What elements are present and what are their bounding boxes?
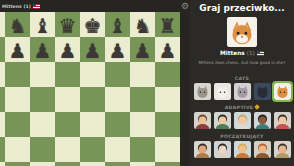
square-c5[interactable] — [30, 87, 55, 112]
black-pawn[interactable]: ♟ — [5, 37, 30, 62]
square-h8[interactable]: ♜ — [155, 12, 180, 37]
panel-title: Graj przeciwko... — [199, 3, 284, 13]
square-c3[interactable] — [30, 137, 55, 162]
opponent-bar: Mittens (1) — [0, 0, 190, 12]
mittens-avatar — [227, 17, 257, 47]
grumpy-gray-cat-avatar[interactable] — [234, 83, 251, 100]
square-c6[interactable] — [30, 62, 55, 87]
square-h7[interactable]: ♟ — [155, 37, 180, 62]
black-king[interactable]: ♚ — [80, 12, 105, 37]
dark-hair-light-shirt-avatar[interactable] — [214, 141, 231, 158]
dark-cat-avatar[interactable] — [254, 83, 271, 100]
gear-icon[interactable]: ⚙ — [181, 0, 189, 12]
square-b7[interactable]: ♟ — [5, 37, 30, 62]
us-flag-icon — [257, 51, 264, 56]
square-e3[interactable] — [80, 137, 105, 162]
square-g2[interactable]: ♙ — [130, 162, 155, 166]
square-b8[interactable]: ♞ — [5, 12, 30, 37]
square-g5[interactable] — [130, 87, 155, 112]
square-d5[interactable] — [55, 87, 80, 112]
man-light-shirt-avatar[interactable] — [234, 112, 251, 129]
section-header-1: ADAPTIVE — [190, 105, 294, 110]
square-f6[interactable] — [105, 62, 130, 87]
black-pawn[interactable]: ♟ — [105, 37, 130, 62]
square-g3[interactable] — [130, 137, 155, 162]
white-pawn[interactable]: ♙ — [155, 162, 180, 166]
square-c8[interactable]: ♝ — [30, 12, 55, 37]
square-b3[interactable] — [5, 137, 30, 162]
opponent-name-label: Mittens (1) — [2, 4, 31, 9]
bot-sections: CATSADAPTIVEPOCZĄTKUJĄCY — [190, 74, 294, 163]
white-cat-avatar[interactable] — [214, 83, 231, 100]
black-pawn[interactable]: ♟ — [55, 37, 80, 62]
section-header-2: POCZĄTKUJĄCY — [190, 134, 294, 139]
man-red-shirt-avatar[interactable] — [194, 112, 211, 129]
black-pawn[interactable]: ♟ — [30, 37, 55, 62]
woman-green-shirt-avatar[interactable] — [214, 112, 231, 129]
square-h2[interactable]: ♙ — [155, 162, 180, 166]
chess-board[interactable]: ♜♞♝♛♚♝♞♜♟♟♟♟♟♟♟♟♙♙♙♙♙♙♙♙♖♘♗♕♔♗♘♖ — [0, 12, 180, 166]
black-pawn[interactable]: ♟ — [155, 37, 180, 62]
bot-selection-panel: Graj przeciwko... Mittens (1) Mittens li… — [190, 0, 294, 166]
square-f5[interactable] — [105, 87, 130, 112]
black-bishop[interactable]: ♝ — [30, 12, 55, 37]
orange-kitten-icon — [227, 17, 257, 47]
square-b5[interactable] — [5, 87, 30, 112]
gray-tabby-cat-avatar[interactable] — [194, 83, 211, 100]
white-pawn[interactable]: ♙ — [130, 162, 155, 166]
black-pawn[interactable]: ♟ — [130, 37, 155, 62]
bot-name-row: Mittens (1) — [220, 50, 264, 56]
square-g7[interactable]: ♟ — [130, 37, 155, 62]
square-e8[interactable]: ♚ — [80, 12, 105, 37]
section-label: ADAPTIVE — [225, 105, 254, 110]
square-f2[interactable]: ♙ — [105, 162, 130, 166]
white-pawn[interactable]: ♙ — [5, 162, 30, 166]
section-header-0: CATS — [190, 76, 294, 81]
bot-row-2 — [190, 141, 294, 158]
black-knight[interactable]: ♞ — [5, 12, 30, 37]
black-rook[interactable]: ♜ — [155, 12, 180, 37]
square-d2[interactable]: ♙ — [55, 162, 80, 166]
black-bishop[interactable]: ♝ — [105, 12, 130, 37]
square-g8[interactable]: ♞ — [130, 12, 155, 37]
black-knight[interactable]: ♞ — [130, 12, 155, 37]
board-area: Mittens (1) ♜♞♝♛♚♝♞♜♟♟♟♟♟♟♟♟♙♙♙♙♙♙♙♙♖♘♗♕… — [0, 0, 190, 166]
bot-rating: (1) — [247, 50, 255, 56]
diamond-icon — [254, 105, 260, 111]
square-f4[interactable] — [105, 112, 130, 137]
square-e6[interactable] — [80, 62, 105, 87]
section-label: POCZĄTKUJĄCY — [220, 134, 264, 139]
white-pawn[interactable]: ♙ — [80, 162, 105, 166]
black-pawn[interactable]: ♟ — [80, 37, 105, 62]
woman-coral-shirt-avatar[interactable] — [274, 112, 291, 129]
square-b6[interactable] — [5, 62, 30, 87]
square-e4[interactable] — [80, 112, 105, 137]
square-b4[interactable] — [5, 112, 30, 137]
mittens-orange-kitten-avatar[interactable] — [274, 83, 291, 100]
square-c4[interactable] — [30, 112, 55, 137]
square-c7[interactable]: ♟ — [30, 37, 55, 62]
opponent-info[interactable]: Mittens (1) — [2, 4, 40, 9]
white-pawn[interactable]: ♙ — [105, 162, 130, 166]
bot-name: Mittens — [220, 50, 245, 56]
square-e5[interactable] — [80, 87, 105, 112]
square-d4[interactable] — [55, 112, 80, 137]
square-c2[interactable]: ♙ — [30, 162, 55, 166]
us-flag-icon — [33, 4, 40, 9]
white-pawn[interactable]: ♙ — [55, 162, 80, 166]
bot-row-0 — [190, 83, 294, 100]
square-d3[interactable] — [55, 137, 80, 162]
square-h6[interactable] — [155, 62, 180, 87]
bot-description: Mittens likes chess...but how good is sh… — [198, 60, 285, 65]
square-h3[interactable] — [155, 137, 180, 162]
square-b2[interactable]: ♙ — [5, 162, 30, 166]
square-f7[interactable]: ♟ — [105, 37, 130, 62]
square-f3[interactable] — [105, 137, 130, 162]
dark-hair-khaki-shirt-avatar[interactable] — [274, 141, 291, 158]
square-g4[interactable] — [130, 112, 155, 137]
square-d8[interactable]: ♛ — [55, 12, 80, 37]
bearded-man-teal-shirt-avatar[interactable] — [254, 112, 271, 129]
ginger-beard-brown-shirt-avatar[interactable] — [254, 141, 271, 158]
black-queen[interactable]: ♛ — [55, 12, 80, 37]
square-g6[interactable] — [130, 62, 155, 87]
white-pawn[interactable]: ♙ — [30, 162, 55, 166]
blond-man-orange-shirt-avatar[interactable] — [234, 141, 251, 158]
square-d7[interactable]: ♟ — [55, 37, 80, 62]
square-f8[interactable]: ♝ — [105, 12, 130, 37]
square-h5[interactable] — [155, 87, 180, 112]
square-d6[interactable] — [55, 62, 80, 87]
section-label: CATS — [235, 76, 249, 81]
bearded-man-tan-shirt-avatar[interactable] — [194, 141, 211, 158]
square-e7[interactable]: ♟ — [80, 37, 105, 62]
square-h4[interactable] — [155, 112, 180, 137]
square-e2[interactable]: ♙ — [80, 162, 105, 166]
bot-row-1 — [190, 112, 294, 129]
